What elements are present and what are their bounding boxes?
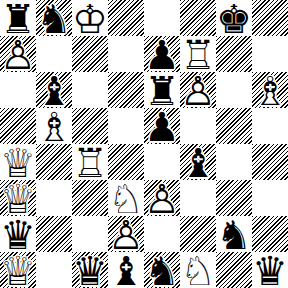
square-d1[interactable]: ♝♝ <box>108 252 144 288</box>
piece-black-bishop[interactable]: ♝♝ <box>36 72 72 108</box>
piece-glyph: ♛ <box>252 253 288 288</box>
square-c6[interactable] <box>72 72 108 108</box>
square-d6[interactable] <box>108 72 144 108</box>
square-a1[interactable]: ♛♕ <box>0 252 36 288</box>
piece-glyph: ♟ <box>144 37 180 72</box>
square-a7[interactable]: ♟♙ <box>0 36 36 72</box>
square-b8[interactable]: ♞♞ <box>36 0 72 36</box>
piece-glyph: ♛ <box>72 253 108 288</box>
square-d2[interactable]: ♟♙ <box>108 216 144 252</box>
piece-glyph: ♟ <box>144 109 180 144</box>
piece-glyph: ♞ <box>216 217 252 252</box>
square-c1[interactable]: ♛♛ <box>72 252 108 288</box>
piece-black-knight[interactable]: ♞♞ <box>36 0 72 36</box>
square-f8[interactable] <box>180 0 216 36</box>
square-e7[interactable]: ♟♟ <box>144 36 180 72</box>
square-d4[interactable] <box>108 144 144 180</box>
piece-white-knight[interactable]: ♞♘ <box>108 180 144 216</box>
piece-black-queen[interactable]: ♛♛ <box>252 252 288 288</box>
square-e1[interactable]: ♞♞ <box>144 252 180 288</box>
piece-glyph: ♞ <box>144 253 180 288</box>
piece-white-pawn[interactable]: ♟♙ <box>180 72 216 108</box>
chess-board: ♜♜♞♞♚♔♚♚♟♙♟♟♜♖♝♝♜♜♟♙♝♗♝♗♟♟♛♕♜♖♝♝♛♕♞♘♟♙♛♛… <box>0 0 288 288</box>
piece-glyph: ♜ <box>0 1 36 36</box>
piece-white-bishop[interactable]: ♝♗ <box>36 108 72 144</box>
square-h8[interactable] <box>252 0 288 36</box>
square-c2[interactable] <box>72 216 108 252</box>
piece-black-queen[interactable]: ♛♛ <box>0 216 36 252</box>
square-g7[interactable] <box>216 36 252 72</box>
piece-white-king[interactable]: ♚♔ <box>72 0 108 36</box>
piece-black-bishop[interactable]: ♝♝ <box>108 252 144 288</box>
piece-glyph: ♗ <box>36 109 72 144</box>
piece-white-queen[interactable]: ♛♕ <box>0 252 36 288</box>
square-d7[interactable] <box>108 36 144 72</box>
piece-glyph: ♜ <box>144 73 180 108</box>
piece-white-queen[interactable]: ♛♕ <box>0 180 36 216</box>
square-a8[interactable]: ♜♜ <box>0 0 36 36</box>
piece-glyph: ♝ <box>108 253 144 288</box>
square-e5[interactable]: ♟♟ <box>144 108 180 144</box>
piece-glyph: ♖ <box>180 37 216 72</box>
piece-glyph: ♚ <box>216 1 252 36</box>
square-b5[interactable]: ♝♗ <box>36 108 72 144</box>
square-h7[interactable] <box>252 36 288 72</box>
square-b4[interactable] <box>36 144 72 180</box>
square-f6[interactable]: ♟♙ <box>180 72 216 108</box>
piece-white-bishop[interactable]: ♝♗ <box>252 72 288 108</box>
piece-glyph: ♕ <box>0 145 36 180</box>
square-h5[interactable] <box>252 108 288 144</box>
square-h3[interactable] <box>252 180 288 216</box>
square-b6[interactable]: ♝♝ <box>36 72 72 108</box>
piece-glyph: ♙ <box>144 181 180 216</box>
square-f3[interactable] <box>180 180 216 216</box>
square-e4[interactable] <box>144 144 180 180</box>
square-a3[interactable]: ♛♕ <box>0 180 36 216</box>
square-f1[interactable]: ♞♘ <box>180 252 216 288</box>
piece-glyph: ♘ <box>180 253 216 288</box>
square-c7[interactable] <box>72 36 108 72</box>
square-b3[interactable] <box>36 180 72 216</box>
square-e8[interactable] <box>144 0 180 36</box>
piece-white-rook[interactable]: ♜♖ <box>72 144 108 180</box>
square-c4[interactable]: ♜♖ <box>72 144 108 180</box>
piece-black-rook[interactable]: ♜♜ <box>144 72 180 108</box>
square-b1[interactable] <box>36 252 72 288</box>
piece-black-king[interactable]: ♚♚ <box>216 0 252 36</box>
square-h1[interactable]: ♛♛ <box>252 252 288 288</box>
piece-glyph: ♗ <box>252 73 288 108</box>
piece-black-knight[interactable]: ♞♞ <box>144 252 180 288</box>
piece-black-pawn[interactable]: ♟♟ <box>144 108 180 144</box>
square-c8[interactable]: ♚♔ <box>72 0 108 36</box>
square-b7[interactable] <box>36 36 72 72</box>
piece-glyph: ♕ <box>0 181 36 216</box>
piece-glyph: ♖ <box>72 145 108 180</box>
square-a6[interactable] <box>0 72 36 108</box>
square-a5[interactable] <box>0 108 36 144</box>
piece-glyph: ♙ <box>0 37 36 72</box>
piece-black-rook[interactable]: ♜♜ <box>0 0 36 36</box>
square-g2[interactable]: ♞♞ <box>216 216 252 252</box>
piece-glyph: ♔ <box>72 1 108 36</box>
square-f7[interactable]: ♜♖ <box>180 36 216 72</box>
piece-glyph: ♞ <box>36 1 72 36</box>
square-a2[interactable]: ♛♛ <box>0 216 36 252</box>
square-e3[interactable]: ♟♙ <box>144 180 180 216</box>
square-h2[interactable] <box>252 216 288 252</box>
square-c5[interactable] <box>72 108 108 144</box>
piece-white-rook[interactable]: ♜♖ <box>180 36 216 72</box>
piece-glyph: ♝ <box>36 73 72 108</box>
square-f4[interactable]: ♝♝ <box>180 144 216 180</box>
square-h4[interactable] <box>252 144 288 180</box>
square-d5[interactable] <box>108 108 144 144</box>
square-g6[interactable] <box>216 72 252 108</box>
square-g4[interactable] <box>216 144 252 180</box>
square-e2[interactable] <box>144 216 180 252</box>
square-c3[interactable] <box>72 180 108 216</box>
piece-glyph: ♝ <box>180 145 216 180</box>
square-b2[interactable] <box>36 216 72 252</box>
piece-white-knight[interactable]: ♞♘ <box>180 252 216 288</box>
piece-black-queen[interactable]: ♛♛ <box>72 252 108 288</box>
square-d8[interactable] <box>108 0 144 36</box>
piece-glyph: ♕ <box>0 253 36 288</box>
piece-white-queen[interactable]: ♛♕ <box>0 144 36 180</box>
piece-glyph: ♘ <box>108 181 144 216</box>
piece-white-pawn[interactable]: ♟♙ <box>0 36 36 72</box>
piece-black-bishop[interactable]: ♝♝ <box>180 144 216 180</box>
square-g1[interactable] <box>216 252 252 288</box>
square-g3[interactable] <box>216 180 252 216</box>
piece-glyph: ♙ <box>180 73 216 108</box>
square-h6[interactable]: ♝♗ <box>252 72 288 108</box>
square-a4[interactable]: ♛♕ <box>0 144 36 180</box>
square-g5[interactable] <box>216 108 252 144</box>
piece-white-pawn[interactable]: ♟♙ <box>108 216 144 252</box>
piece-black-knight[interactable]: ♞♞ <box>216 216 252 252</box>
piece-black-pawn[interactable]: ♟♟ <box>144 36 180 72</box>
piece-glyph: ♛ <box>0 217 36 252</box>
square-e6[interactable]: ♜♜ <box>144 72 180 108</box>
piece-glyph: ♙ <box>108 217 144 252</box>
square-f5[interactable] <box>180 108 216 144</box>
square-d3[interactable]: ♞♘ <box>108 180 144 216</box>
square-f2[interactable] <box>180 216 216 252</box>
square-g8[interactable]: ♚♚ <box>216 0 252 36</box>
piece-white-pawn[interactable]: ♟♙ <box>144 180 180 216</box>
